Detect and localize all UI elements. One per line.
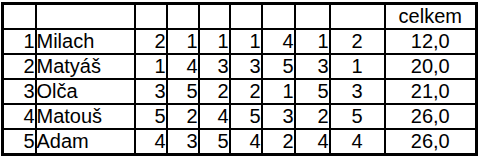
score-cell: 3 bbox=[262, 104, 295, 129]
header-round-7-empty bbox=[330, 4, 385, 30]
score-cell: 2 bbox=[135, 29, 167, 54]
rank-cell: 5 bbox=[3, 129, 36, 155]
score-cell: 1 bbox=[262, 79, 295, 104]
total-cell: 21,0 bbox=[385, 79, 477, 104]
score-cell: 5 bbox=[262, 54, 295, 79]
header-name-empty bbox=[36, 4, 135, 30]
score-cell: 2 bbox=[295, 104, 330, 129]
name-cell: Adam bbox=[36, 129, 135, 155]
total-cell: 12,0 bbox=[385, 29, 477, 54]
score-cell: 1 bbox=[295, 29, 330, 54]
name-cell: Milach bbox=[36, 29, 135, 54]
score-table: celkem 1 Milach 2 1 1 1 4 1 2 12,0 2 Mat… bbox=[1, 2, 478, 156]
score-cell: 5 bbox=[199, 129, 230, 155]
score-cell: 4 bbox=[135, 129, 167, 155]
score-cell: 1 bbox=[199, 29, 230, 54]
name-cell: Matyáš bbox=[36, 54, 135, 79]
score-cell: 2 bbox=[330, 29, 385, 54]
score-cell: 2 bbox=[230, 79, 262, 104]
score-cell: 4 bbox=[199, 104, 230, 129]
header-round-3-empty bbox=[199, 4, 230, 30]
header-round-5-empty bbox=[262, 4, 295, 30]
name-cell: Olča bbox=[36, 79, 135, 104]
score-cell: 3 bbox=[295, 54, 330, 79]
player-row: 2 Matyáš 1 4 3 3 5 3 1 20,0 bbox=[3, 54, 477, 79]
score-cell: 4 bbox=[230, 129, 262, 155]
score-cell: 4 bbox=[262, 29, 295, 54]
score-cell: 3 bbox=[230, 54, 262, 79]
score-cell: 4 bbox=[295, 129, 330, 155]
rank-cell: 2 bbox=[3, 54, 36, 79]
score-cell: 5 bbox=[295, 79, 330, 104]
total-cell: 26,0 bbox=[385, 104, 477, 129]
player-row: 5 Adam 4 3 5 4 2 4 4 26,0 bbox=[3, 129, 477, 155]
score-sheet: celkem 1 Milach 2 1 1 1 4 1 2 12,0 2 Mat… bbox=[0, 0, 478, 160]
header-round-4-empty bbox=[230, 4, 262, 30]
score-cell: 1 bbox=[230, 29, 262, 54]
score-cell: 3 bbox=[167, 129, 199, 155]
score-cell: 1 bbox=[167, 29, 199, 54]
score-cell: 2 bbox=[199, 79, 230, 104]
total-cell: 20,0 bbox=[385, 54, 477, 79]
score-cell: 5 bbox=[167, 79, 199, 104]
score-cell: 2 bbox=[167, 104, 199, 129]
name-cell: Matouš bbox=[36, 104, 135, 129]
score-cell: 3 bbox=[199, 54, 230, 79]
score-cell: 4 bbox=[330, 129, 385, 155]
score-cell: 3 bbox=[135, 79, 167, 104]
score-cell: 5 bbox=[230, 104, 262, 129]
player-row: 3 Olča 3 5 2 2 1 5 3 21,0 bbox=[3, 79, 477, 104]
score-cell: 2 bbox=[262, 129, 295, 155]
rank-cell: 3 bbox=[3, 79, 36, 104]
player-row: 1 Milach 2 1 1 1 4 1 2 12,0 bbox=[3, 29, 477, 54]
total-cell: 26,0 bbox=[385, 129, 477, 155]
score-cell: 4 bbox=[167, 54, 199, 79]
header-round-1-empty bbox=[135, 4, 167, 30]
player-row: 4 Matouš 5 2 4 5 3 2 5 26,0 bbox=[3, 104, 477, 129]
total-column-header: celkem bbox=[385, 4, 477, 30]
score-cell: 1 bbox=[135, 54, 167, 79]
header-round-6-empty bbox=[295, 4, 330, 30]
rank-cell: 4 bbox=[3, 104, 36, 129]
header-row: celkem bbox=[3, 4, 477, 30]
score-cell: 5 bbox=[135, 104, 167, 129]
rank-cell: 1 bbox=[3, 29, 36, 54]
score-cell: 1 bbox=[330, 54, 385, 79]
header-round-2-empty bbox=[167, 4, 199, 30]
score-cell: 3 bbox=[330, 79, 385, 104]
score-cell: 5 bbox=[330, 104, 385, 129]
header-rank-empty bbox=[3, 4, 36, 30]
